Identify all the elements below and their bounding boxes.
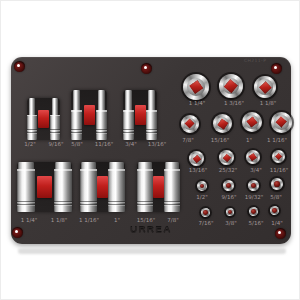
red-clip (37, 176, 52, 198)
size-label: 1" (114, 218, 120, 224)
size-label: 1 3/16" (224, 101, 244, 107)
size-label: 15/16" (137, 218, 155, 224)
shallow-socket (197, 181, 207, 191)
shallow-socket (248, 180, 259, 191)
brand-logo: URREA (130, 225, 172, 235)
size-label: 1/2" (24, 142, 35, 148)
size-label: 3/8" (225, 221, 236, 227)
mounting-hole (14, 61, 25, 72)
drive-square (185, 119, 195, 129)
socket-body (108, 169, 125, 212)
socket-body (96, 110, 107, 140)
deep-socket (164, 162, 180, 212)
deep-socket (146, 90, 157, 140)
socket-tip (109, 162, 124, 169)
size-label: 1" (246, 138, 252, 144)
size-label: 5/16" (249, 221, 264, 227)
socket-tip (125, 90, 132, 110)
socket-tip (18, 162, 34, 169)
deep-socket-pair (27, 98, 60, 140)
socket-tip (81, 162, 96, 169)
shallow-socket (246, 150, 260, 164)
socket-body (146, 110, 157, 140)
size-label: 13/16" (189, 168, 207, 174)
size-label: 7/16" (199, 221, 214, 227)
drive-opening (226, 183, 231, 188)
socket-body (71, 110, 82, 140)
deep-socket (17, 162, 35, 212)
deep-socket-pair (137, 162, 180, 212)
deep-socket-pair (123, 90, 157, 140)
drive-opening (228, 210, 232, 214)
shallow-socket (213, 114, 232, 133)
socket-tip (165, 162, 179, 169)
socket-body (123, 110, 134, 140)
drive-opening (251, 209, 255, 213)
socket-body (27, 115, 37, 140)
size-label: 5/8" (71, 142, 82, 148)
size-label: 1 1/16" (267, 138, 287, 144)
socket-body (17, 169, 35, 212)
size-label: 7/8" (182, 138, 193, 144)
size-label: 3/4" (250, 168, 261, 174)
drive-opening (200, 184, 205, 189)
socket-tip (148, 90, 155, 110)
socket-tip (52, 98, 59, 115)
size-label: 1 1/8" (260, 101, 277, 107)
size-label: 25/32" (219, 168, 237, 174)
size-label: 9/16" (49, 142, 64, 148)
shallow-socket (271, 112, 292, 133)
red-clip (84, 105, 95, 125)
drive-square (246, 116, 257, 127)
deep-socket (96, 90, 107, 140)
socket-body (50, 115, 60, 140)
drive-opening (274, 181, 280, 187)
tray-shadow (18, 248, 286, 254)
size-label: 13/16" (148, 142, 166, 148)
drive-square (275, 153, 282, 160)
shallow-socket (201, 208, 210, 217)
size-label: 5/8" (270, 195, 281, 201)
deep-socket (71, 90, 82, 140)
deep-socket (137, 162, 153, 212)
deep-socket (50, 98, 60, 140)
size-label: 11/16" (270, 168, 288, 174)
size-label: 1 1/8" (51, 218, 68, 224)
drive-opening (203, 210, 207, 214)
size-label: 7/8" (167, 218, 178, 224)
deep-socket (27, 98, 37, 140)
deep-socket (108, 162, 125, 212)
drive-square (192, 154, 200, 162)
size-label: 3/4" (125, 142, 136, 148)
shallow-socket (219, 150, 234, 165)
part-number: CH211-P (244, 58, 266, 63)
deep-socket (80, 162, 97, 212)
shallow-socket (226, 208, 234, 216)
shallow-socket (270, 206, 279, 215)
socket-body (137, 169, 153, 212)
product-photo-canvas: CH211-P 1/2" 9/16" 5/8" 11/16" 3/4" 13/1… (0, 0, 300, 300)
deep-socket-pair (17, 162, 72, 212)
drive-square (189, 80, 203, 94)
size-label: 1 1/16" (79, 218, 99, 224)
size-label: 1 1/4" (189, 101, 206, 107)
shallow-socket (249, 207, 258, 216)
size-label: 9/16" (222, 195, 237, 201)
shallow-socket (189, 151, 204, 166)
deep-socket (123, 90, 134, 140)
shallow-socket (223, 180, 234, 191)
size-label: 15/16" (211, 138, 229, 144)
drive-square (217, 118, 228, 129)
shallow-socket (219, 74, 243, 98)
mounting-hole (271, 63, 282, 74)
drive-square (222, 153, 230, 161)
socket-tray: CH211-P 1/2" 9/16" 5/8" 11/16" 3/4" 13/1… (11, 57, 291, 244)
red-clip (97, 176, 108, 198)
drive-square (259, 81, 271, 93)
socket-tip (29, 98, 36, 115)
mounting-hole (12, 227, 23, 238)
deep-socket-pair (80, 162, 125, 212)
mounting-hole (141, 63, 152, 74)
socket-body (164, 169, 180, 212)
deep-socket-pair (71, 90, 107, 140)
shallow-socket (272, 150, 285, 163)
drive-square (249, 153, 257, 161)
size-label: 1 1/4" (21, 218, 38, 224)
drive-square (224, 79, 238, 93)
socket-body (54, 169, 72, 212)
drive-opening (251, 183, 256, 188)
drive-square (276, 117, 288, 129)
socket-tip (98, 90, 105, 110)
mounting-hole (275, 228, 286, 239)
shallow-socket (242, 112, 262, 132)
size-label: 1/4" (271, 221, 282, 227)
shallow-socket (183, 74, 209, 100)
deep-socket (54, 162, 72, 212)
red-clip (38, 110, 49, 128)
shallow-socket (254, 76, 276, 98)
socket-tip (55, 162, 71, 169)
size-label: 1/2" (196, 195, 207, 201)
shallow-socket (181, 115, 199, 133)
socket-body (80, 169, 97, 212)
red-clip (153, 176, 164, 198)
drive-opening (272, 208, 276, 212)
size-label: 19/32" (245, 195, 263, 201)
socket-tip (138, 162, 152, 169)
socket-tip (73, 90, 80, 110)
red-clip (135, 105, 146, 125)
size-label: 11/16" (95, 142, 113, 148)
shallow-socket (271, 178, 283, 190)
